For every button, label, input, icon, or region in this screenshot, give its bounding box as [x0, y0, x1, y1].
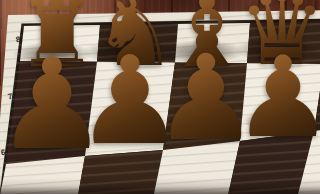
chess-board-scene: 876 ♜♞♝♛♟♟♟♟: [0, 0, 320, 194]
piece-black-pawn-d7[interactable]: ♟: [233, 41, 320, 153]
